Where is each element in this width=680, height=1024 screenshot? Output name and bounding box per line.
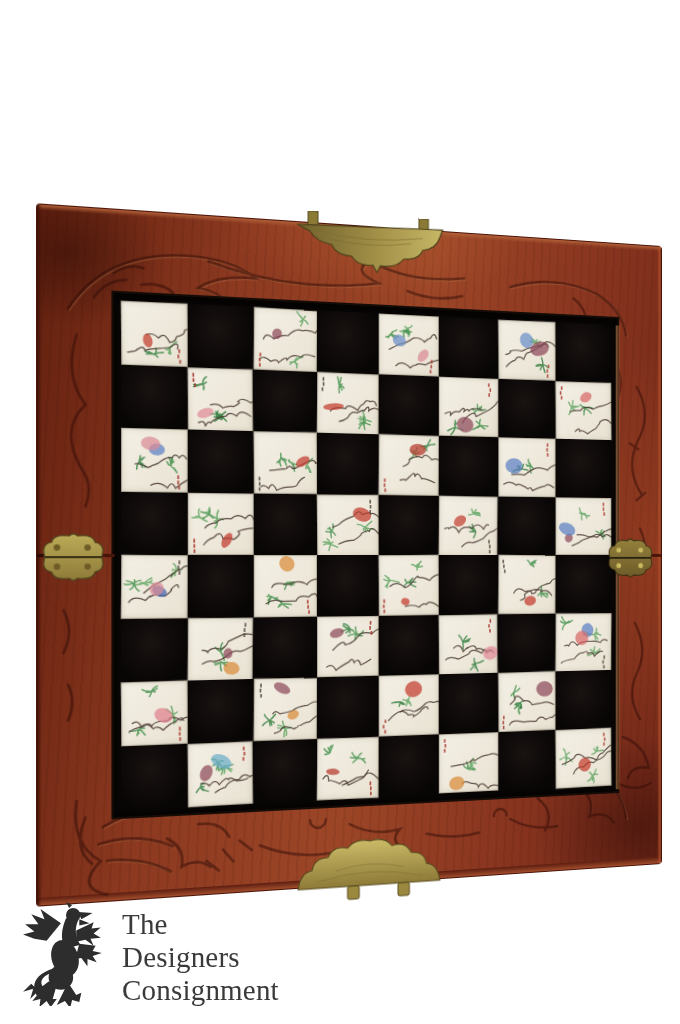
square-f7 (439, 376, 498, 437)
square-c2 (253, 678, 317, 741)
tile-painting (555, 497, 611, 555)
tile-painting (439, 495, 498, 555)
tile-painting (498, 320, 556, 381)
square-d7 (317, 371, 379, 434)
square-a3 (121, 618, 188, 682)
tile-painting (439, 732, 498, 794)
tile-painting (317, 371, 379, 434)
square-a7 (121, 364, 188, 429)
tile-painting (498, 555, 556, 614)
square-g5 (498, 496, 555, 555)
square-f1 (439, 732, 498, 794)
square-d3 (317, 615, 379, 677)
square-h8 (555, 322, 611, 382)
tile-painting (439, 376, 498, 437)
tile-painting (253, 555, 317, 617)
square-b3 (188, 617, 254, 680)
square-e3 (379, 615, 439, 676)
brass-clasp-bottom-icon (296, 835, 442, 909)
tile-painting (188, 367, 254, 431)
tile-painting (188, 741, 254, 807)
square-g4 (498, 555, 556, 614)
tile-painting (378, 555, 439, 616)
square-g1 (498, 729, 555, 790)
square-d1 (317, 736, 379, 799)
square-b2 (188, 679, 253, 743)
square-h4 (555, 555, 611, 613)
square-f6 (439, 436, 498, 496)
tile-painting (379, 313, 439, 376)
tile-painting (498, 671, 556, 732)
square-g8 (498, 320, 556, 381)
tile-painting (317, 736, 379, 799)
tile-painting (379, 674, 439, 736)
square-b5 (188, 492, 253, 555)
logo-line-2: Designers (122, 941, 279, 974)
square-c4 (253, 555, 317, 617)
tile-painting (253, 678, 317, 741)
square-f3 (439, 614, 498, 675)
brass-clasp-top-icon (294, 210, 445, 282)
square-g2 (498, 671, 556, 732)
griffin-icon (20, 902, 112, 1006)
tile-painting (188, 617, 254, 680)
logo-line-3: Consignment (122, 974, 279, 1007)
square-c7 (253, 369, 317, 433)
tile-painting (317, 615, 379, 677)
square-a5 (121, 491, 188, 555)
square-h2 (555, 670, 611, 730)
square-a2 (121, 680, 189, 746)
square-f2 (439, 673, 498, 734)
square-e1 (379, 734, 439, 797)
tile-painting (439, 614, 498, 675)
square-c3 (253, 616, 317, 679)
square-e6 (378, 434, 439, 496)
square-f4 (439, 555, 498, 615)
square-d6 (317, 433, 379, 495)
square-g7 (498, 378, 555, 438)
tile-painting (121, 555, 189, 619)
square-e8 (379, 313, 439, 376)
square-e5 (379, 495, 439, 555)
square-e2 (379, 674, 439, 736)
board-grid (121, 301, 611, 810)
square-b7 (188, 367, 254, 431)
brass-hinge-left-icon (38, 531, 108, 582)
square-c6 (253, 431, 317, 493)
tile-painting (378, 434, 439, 496)
square-a8 (121, 301, 189, 367)
tile-painting (253, 307, 317, 372)
square-a4 (121, 555, 189, 619)
square-c8 (253, 307, 317, 372)
square-b4 (188, 555, 253, 618)
square-a1 (121, 743, 188, 809)
tile-painting (498, 437, 555, 497)
square-d4 (317, 555, 379, 616)
product-photo: The Designers Consignment (0, 0, 680, 1024)
tile-painting (555, 613, 611, 671)
square-f5 (439, 495, 498, 555)
tile-painting (121, 428, 188, 492)
watermark-logo: The Designers Consignment (20, 902, 279, 1007)
square-h1 (555, 727, 611, 788)
square-b1 (188, 741, 254, 807)
tile-painting (121, 301, 189, 367)
square-h5 (555, 497, 611, 555)
square-h6 (555, 439, 611, 498)
square-g3 (498, 613, 555, 673)
square-d5 (317, 494, 379, 555)
tile-painting (188, 492, 253, 555)
square-c5 (253, 493, 317, 555)
carved-wood-frame (37, 204, 661, 905)
tile-painting (121, 680, 189, 746)
board-surface (114, 293, 618, 817)
tile-painting (555, 727, 611, 788)
square-e7 (379, 374, 439, 436)
square-d8 (317, 310, 379, 373)
tile-painting (253, 431, 317, 493)
logo-line-1: The (122, 908, 279, 941)
square-a6 (121, 428, 188, 492)
tile-painting (317, 494, 379, 555)
tile-painting (555, 381, 611, 440)
square-d2 (317, 676, 379, 739)
square-g6 (498, 437, 555, 497)
chessboard (37, 204, 661, 905)
square-c1 (253, 738, 317, 802)
brass-hinge-right-icon (605, 536, 655, 580)
square-f8 (439, 317, 498, 379)
square-b6 (188, 429, 253, 493)
square-h7 (555, 381, 611, 440)
square-h3 (555, 613, 611, 671)
square-e4 (378, 555, 439, 616)
square-b8 (188, 304, 253, 369)
